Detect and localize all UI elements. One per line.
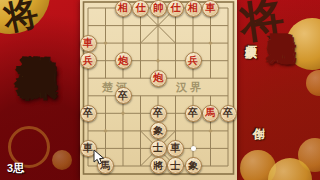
piece-red-c3r0[interactable]: 仕 — [132, 0, 149, 17]
piece-red-c7r0[interactable]: 車 — [202, 0, 219, 17]
piece-black-c4r9[interactable]: 將 — [150, 157, 167, 174]
piece-black-c2r5[interactable]: 卒 — [115, 87, 132, 104]
piece-black-c6r9[interactable]: 象 — [185, 157, 202, 174]
piece-black-c0r6[interactable]: 卒 — [80, 105, 97, 122]
river-label-han-jie: 汉界 — [176, 80, 204, 95]
piece-red-c4r0[interactable]: 帥 — [150, 0, 167, 17]
mouse-cursor — [93, 149, 105, 165]
piece-black-c4r8[interactable]: 士 — [150, 140, 167, 157]
piece-black-c5r8[interactable]: 車 — [167, 140, 184, 157]
thumbnail: 将 将 — [0, 0, 320, 180]
piece-red-c4r4[interactable]: 炮 — [150, 70, 167, 87]
piece-red-c0r2[interactable]: 車 — [80, 35, 97, 52]
calligraphy-jiang-right: 将 — [236, 0, 288, 53]
piece-red-c7r6[interactable]: 馬 — [202, 105, 219, 122]
piece-black-c4r6[interactable]: 卒 — [150, 105, 167, 122]
last-move-dot — [191, 146, 196, 151]
piece-red-c2r0[interactable]: 相 — [115, 0, 132, 17]
piece-red-c5r0[interactable]: 仕 — [167, 0, 184, 17]
channel-logo: 3思 — [7, 161, 24, 176]
piece-red-c6r3[interactable]: 兵 — [185, 52, 202, 69]
piece-red-c0r3[interactable]: 兵 — [80, 52, 97, 69]
gold-deco-bottom-left — [52, 150, 72, 170]
piece-black-c4r7[interactable]: 象 — [150, 122, 167, 139]
piece-red-c2r3[interactable]: 炮 — [115, 52, 132, 69]
piece-black-c8r6[interactable]: 卒 — [220, 105, 237, 122]
piece-black-c6r6[interactable]: 卒 — [185, 105, 202, 122]
piece-red-c6r0[interactable]: 相 — [185, 0, 202, 17]
